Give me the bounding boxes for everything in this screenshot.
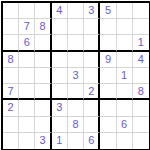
- sudoku-cell-given[interactable]: 1: [133, 35, 149, 51]
- sudoku-cell-empty[interactable]: [3, 19, 19, 35]
- sudoku-cell-empty[interactable]: [52, 68, 68, 84]
- sudoku-cell-empty[interactable]: [84, 35, 100, 51]
- sudoku-cell-empty[interactable]: [117, 100, 133, 116]
- sudoku-cell-empty[interactable]: [19, 117, 35, 133]
- sudoku-cell-empty[interactable]: [35, 100, 51, 116]
- sudoku-cell-given[interactable]: 6: [84, 133, 100, 149]
- sudoku-cell-given[interactable]: 6: [19, 35, 35, 51]
- sudoku-cell-empty[interactable]: [117, 52, 133, 68]
- sudoku-cell-given[interactable]: 4: [133, 52, 149, 68]
- sudoku-grid: 4357861894317282386316: [3, 3, 149, 149]
- sudoku-cell-empty[interactable]: [100, 100, 116, 116]
- sudoku-cell-empty[interactable]: [133, 68, 149, 84]
- sudoku-cell-given[interactable]: 2: [84, 84, 100, 100]
- sudoku-cell-empty[interactable]: [68, 84, 84, 100]
- sudoku-cell-empty[interactable]: [3, 35, 19, 51]
- sudoku-cell-given[interactable]: 3: [35, 133, 51, 149]
- sudoku-cell-empty[interactable]: [133, 100, 149, 116]
- sudoku-cell-empty[interactable]: [19, 84, 35, 100]
- sudoku-cell-given[interactable]: 7: [19, 19, 35, 35]
- sudoku-cell-empty[interactable]: [100, 35, 116, 51]
- sudoku-cell-empty[interactable]: [84, 68, 100, 84]
- sudoku-cell-empty[interactable]: [100, 84, 116, 100]
- sudoku-cell-empty[interactable]: [52, 117, 68, 133]
- sudoku-cell-empty[interactable]: [100, 68, 116, 84]
- sudoku-cell-given[interactable]: 4: [52, 3, 68, 19]
- sudoku-cell-empty[interactable]: [68, 100, 84, 116]
- sudoku-cell-empty[interactable]: [35, 35, 51, 51]
- sudoku-cell-empty[interactable]: [84, 19, 100, 35]
- sudoku-cell-empty[interactable]: [117, 133, 133, 149]
- sudoku-cell-given[interactable]: 8: [3, 52, 19, 68]
- sudoku-cell-empty[interactable]: [117, 35, 133, 51]
- sudoku-cell-empty[interactable]: [52, 52, 68, 68]
- sudoku-cell-empty[interactable]: [68, 19, 84, 35]
- sudoku-board: 4357861894317282386316: [1, 1, 150, 150]
- sudoku-cell-empty[interactable]: [117, 3, 133, 19]
- sudoku-cell-empty[interactable]: [100, 133, 116, 149]
- sudoku-cell-empty[interactable]: [52, 35, 68, 51]
- sudoku-cell-empty[interactable]: [3, 117, 19, 133]
- sudoku-cell-empty[interactable]: [68, 52, 84, 68]
- sudoku-cell-empty[interactable]: [19, 52, 35, 68]
- sudoku-cell-given[interactable]: 1: [117, 68, 133, 84]
- sudoku-cell-given[interactable]: 3: [52, 100, 68, 116]
- sudoku-cell-empty[interactable]: [19, 3, 35, 19]
- sudoku-cell-empty[interactable]: [35, 52, 51, 68]
- sudoku-cell-empty[interactable]: [19, 68, 35, 84]
- sudoku-cell-given[interactable]: 3: [68, 68, 84, 84]
- sudoku-cell-empty[interactable]: [117, 19, 133, 35]
- sudoku-cell-empty[interactable]: [68, 133, 84, 149]
- sudoku-cell-empty[interactable]: [3, 68, 19, 84]
- sudoku-cell-empty[interactable]: [35, 3, 51, 19]
- sudoku-cell-given[interactable]: 6: [117, 117, 133, 133]
- sudoku-cell-empty[interactable]: [19, 133, 35, 149]
- sudoku-cell-empty[interactable]: [35, 117, 51, 133]
- sudoku-cell-empty[interactable]: [3, 3, 19, 19]
- sudoku-cell-empty[interactable]: [133, 117, 149, 133]
- sudoku-cell-empty[interactable]: [100, 19, 116, 35]
- sudoku-cell-empty[interactable]: [19, 100, 35, 116]
- sudoku-cell-given[interactable]: 8: [133, 84, 149, 100]
- sudoku-cell-empty[interactable]: [3, 133, 19, 149]
- sudoku-cell-empty[interactable]: [68, 35, 84, 51]
- sudoku-cell-empty[interactable]: [133, 19, 149, 35]
- sudoku-cell-given[interactable]: 3: [84, 3, 100, 19]
- sudoku-cell-empty[interactable]: [133, 133, 149, 149]
- sudoku-cell-empty[interactable]: [84, 117, 100, 133]
- sudoku-cell-given[interactable]: 9: [100, 52, 116, 68]
- sudoku-cell-empty[interactable]: [117, 84, 133, 100]
- sudoku-cell-empty[interactable]: [100, 117, 116, 133]
- sudoku-cell-empty[interactable]: [52, 19, 68, 35]
- sudoku-cell-empty[interactable]: [84, 100, 100, 116]
- sudoku-cell-given[interactable]: 2: [3, 100, 19, 116]
- sudoku-cell-empty[interactable]: [133, 3, 149, 19]
- sudoku-cell-given[interactable]: 8: [68, 117, 84, 133]
- sudoku-cell-empty[interactable]: [84, 52, 100, 68]
- sudoku-cell-given[interactable]: 5: [100, 3, 116, 19]
- sudoku-cell-empty[interactable]: [68, 3, 84, 19]
- sudoku-cell-given[interactable]: 7: [3, 84, 19, 100]
- sudoku-cell-given[interactable]: 8: [35, 19, 51, 35]
- sudoku-cell-given[interactable]: 1: [52, 133, 68, 149]
- sudoku-cell-empty[interactable]: [35, 68, 51, 84]
- sudoku-cell-empty[interactable]: [52, 84, 68, 100]
- sudoku-cell-empty[interactable]: [35, 84, 51, 100]
